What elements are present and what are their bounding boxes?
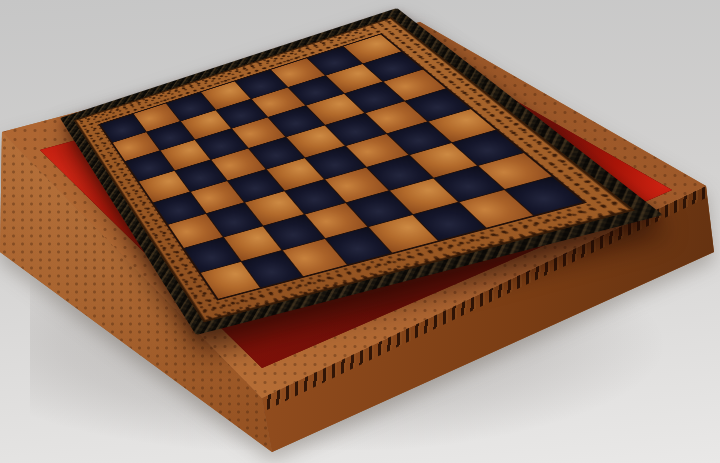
chessboard <box>60 8 663 335</box>
chessboard-shadow <box>0 0 720 463</box>
product-photo <box>0 0 720 463</box>
